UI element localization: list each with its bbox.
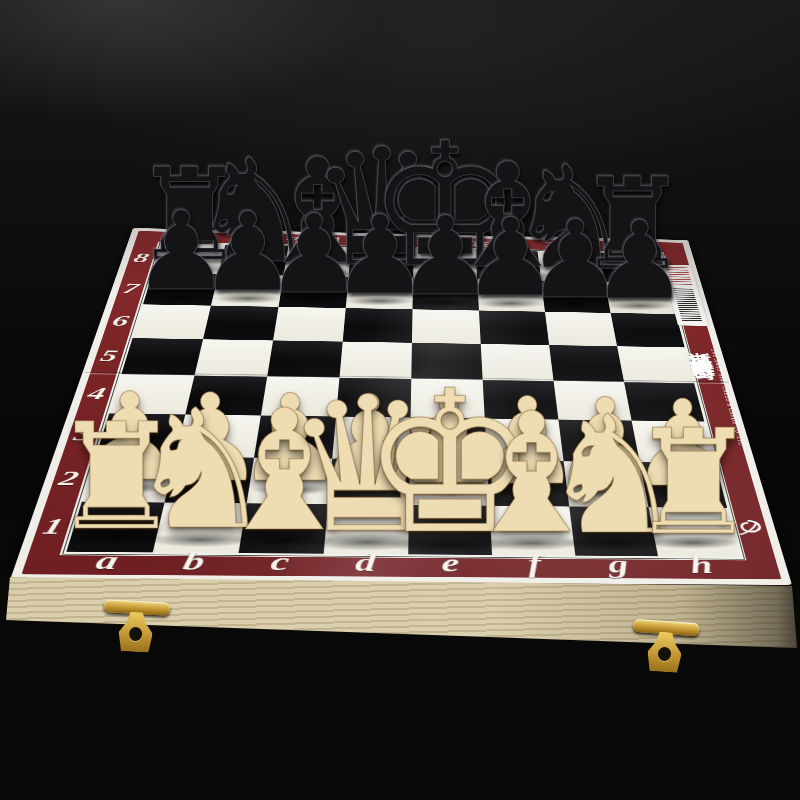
photo-background: 87654321 abcdefgh 浙江星球棋牌有限公司 浙江星球棋牌有限公司 …	[0, 0, 800, 800]
pieces-layer: ♜♞♝♛♚♝♞♜♟♟♟♟♟♟♟♟♟♟♟♟♟♟♟♟♜♞♝♛♚♝♞♜	[0, 0, 800, 800]
piece-shadow	[605, 301, 675, 311]
piece-shadow	[647, 536, 741, 549]
piece-black-pawn-h7[interactable]: ♟	[591, 207, 688, 315]
piece-white-rook-h1[interactable]: ♜	[628, 410, 758, 555]
